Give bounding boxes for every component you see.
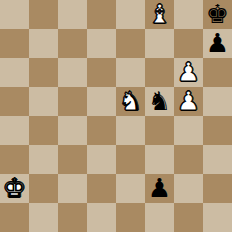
square-e7[interactable]	[116, 29, 145, 58]
square-a1[interactable]	[0, 203, 29, 232]
square-f2[interactable]: ♟	[145, 174, 174, 203]
square-h8[interactable]: ♚	[203, 0, 232, 29]
square-g7[interactable]	[174, 29, 203, 58]
square-b8[interactable]	[29, 0, 58, 29]
square-f6[interactable]	[145, 58, 174, 87]
square-a8[interactable]	[0, 0, 29, 29]
white-bishop-f8[interactable]: ♝	[148, 0, 171, 29]
square-e8[interactable]	[116, 0, 145, 29]
square-e4[interactable]	[116, 116, 145, 145]
square-c7[interactable]	[58, 29, 87, 58]
square-c1[interactable]	[58, 203, 87, 232]
square-c6[interactable]	[58, 58, 87, 87]
square-g5[interactable]: ♟	[174, 87, 203, 116]
square-e6[interactable]	[116, 58, 145, 87]
square-h4[interactable]	[203, 116, 232, 145]
square-e3[interactable]	[116, 145, 145, 174]
square-d2[interactable]	[87, 174, 116, 203]
square-d1[interactable]	[87, 203, 116, 232]
square-g2[interactable]	[174, 174, 203, 203]
square-g8[interactable]	[174, 0, 203, 29]
square-a7[interactable]	[0, 29, 29, 58]
square-f8[interactable]: ♝	[145, 0, 174, 29]
square-g6[interactable]: ♟	[174, 58, 203, 87]
square-b5[interactable]	[29, 87, 58, 116]
black-pawn-h7[interactable]: ♟	[206, 29, 229, 58]
square-h1[interactable]	[203, 203, 232, 232]
square-a3[interactable]	[0, 145, 29, 174]
square-a4[interactable]	[0, 116, 29, 145]
square-e5[interactable]: ♞	[116, 87, 145, 116]
square-c5[interactable]	[58, 87, 87, 116]
white-knight-e5[interactable]: ♞	[119, 87, 142, 116]
white-pawn-g5[interactable]: ♟	[177, 87, 200, 116]
square-c3[interactable]	[58, 145, 87, 174]
square-g3[interactable]	[174, 145, 203, 174]
square-c4[interactable]	[58, 116, 87, 145]
square-d4[interactable]	[87, 116, 116, 145]
white-king-a2[interactable]: ♚	[3, 174, 26, 203]
square-f5[interactable]: ♞	[145, 87, 174, 116]
square-c8[interactable]	[58, 0, 87, 29]
square-h6[interactable]	[203, 58, 232, 87]
square-d3[interactable]	[87, 145, 116, 174]
square-a2[interactable]: ♚	[0, 174, 29, 203]
square-h7[interactable]: ♟	[203, 29, 232, 58]
black-king-h8[interactable]: ♚	[206, 0, 229, 29]
square-b7[interactable]	[29, 29, 58, 58]
square-b2[interactable]	[29, 174, 58, 203]
white-pawn-g6[interactable]: ♟	[177, 58, 200, 87]
square-f4[interactable]	[145, 116, 174, 145]
square-g1[interactable]	[174, 203, 203, 232]
square-c2[interactable]	[58, 174, 87, 203]
square-d6[interactable]	[87, 58, 116, 87]
square-b6[interactable]	[29, 58, 58, 87]
square-f1[interactable]	[145, 203, 174, 232]
square-b3[interactable]	[29, 145, 58, 174]
black-knight-f5[interactable]: ♞	[148, 87, 171, 116]
square-a6[interactable]	[0, 58, 29, 87]
square-e1[interactable]	[116, 203, 145, 232]
square-f3[interactable]	[145, 145, 174, 174]
chess-board: ♝♚♟♟♞♞♟♚♟	[0, 0, 232, 232]
square-h3[interactable]	[203, 145, 232, 174]
square-h2[interactable]	[203, 174, 232, 203]
square-a5[interactable]	[0, 87, 29, 116]
square-b1[interactable]	[29, 203, 58, 232]
square-d8[interactable]	[87, 0, 116, 29]
square-d5[interactable]	[87, 87, 116, 116]
square-d7[interactable]	[87, 29, 116, 58]
square-e2[interactable]	[116, 174, 145, 203]
square-b4[interactable]	[29, 116, 58, 145]
black-pawn-f2[interactable]: ♟	[148, 174, 171, 203]
square-g4[interactable]	[174, 116, 203, 145]
square-f7[interactable]	[145, 29, 174, 58]
square-h5[interactable]	[203, 87, 232, 116]
